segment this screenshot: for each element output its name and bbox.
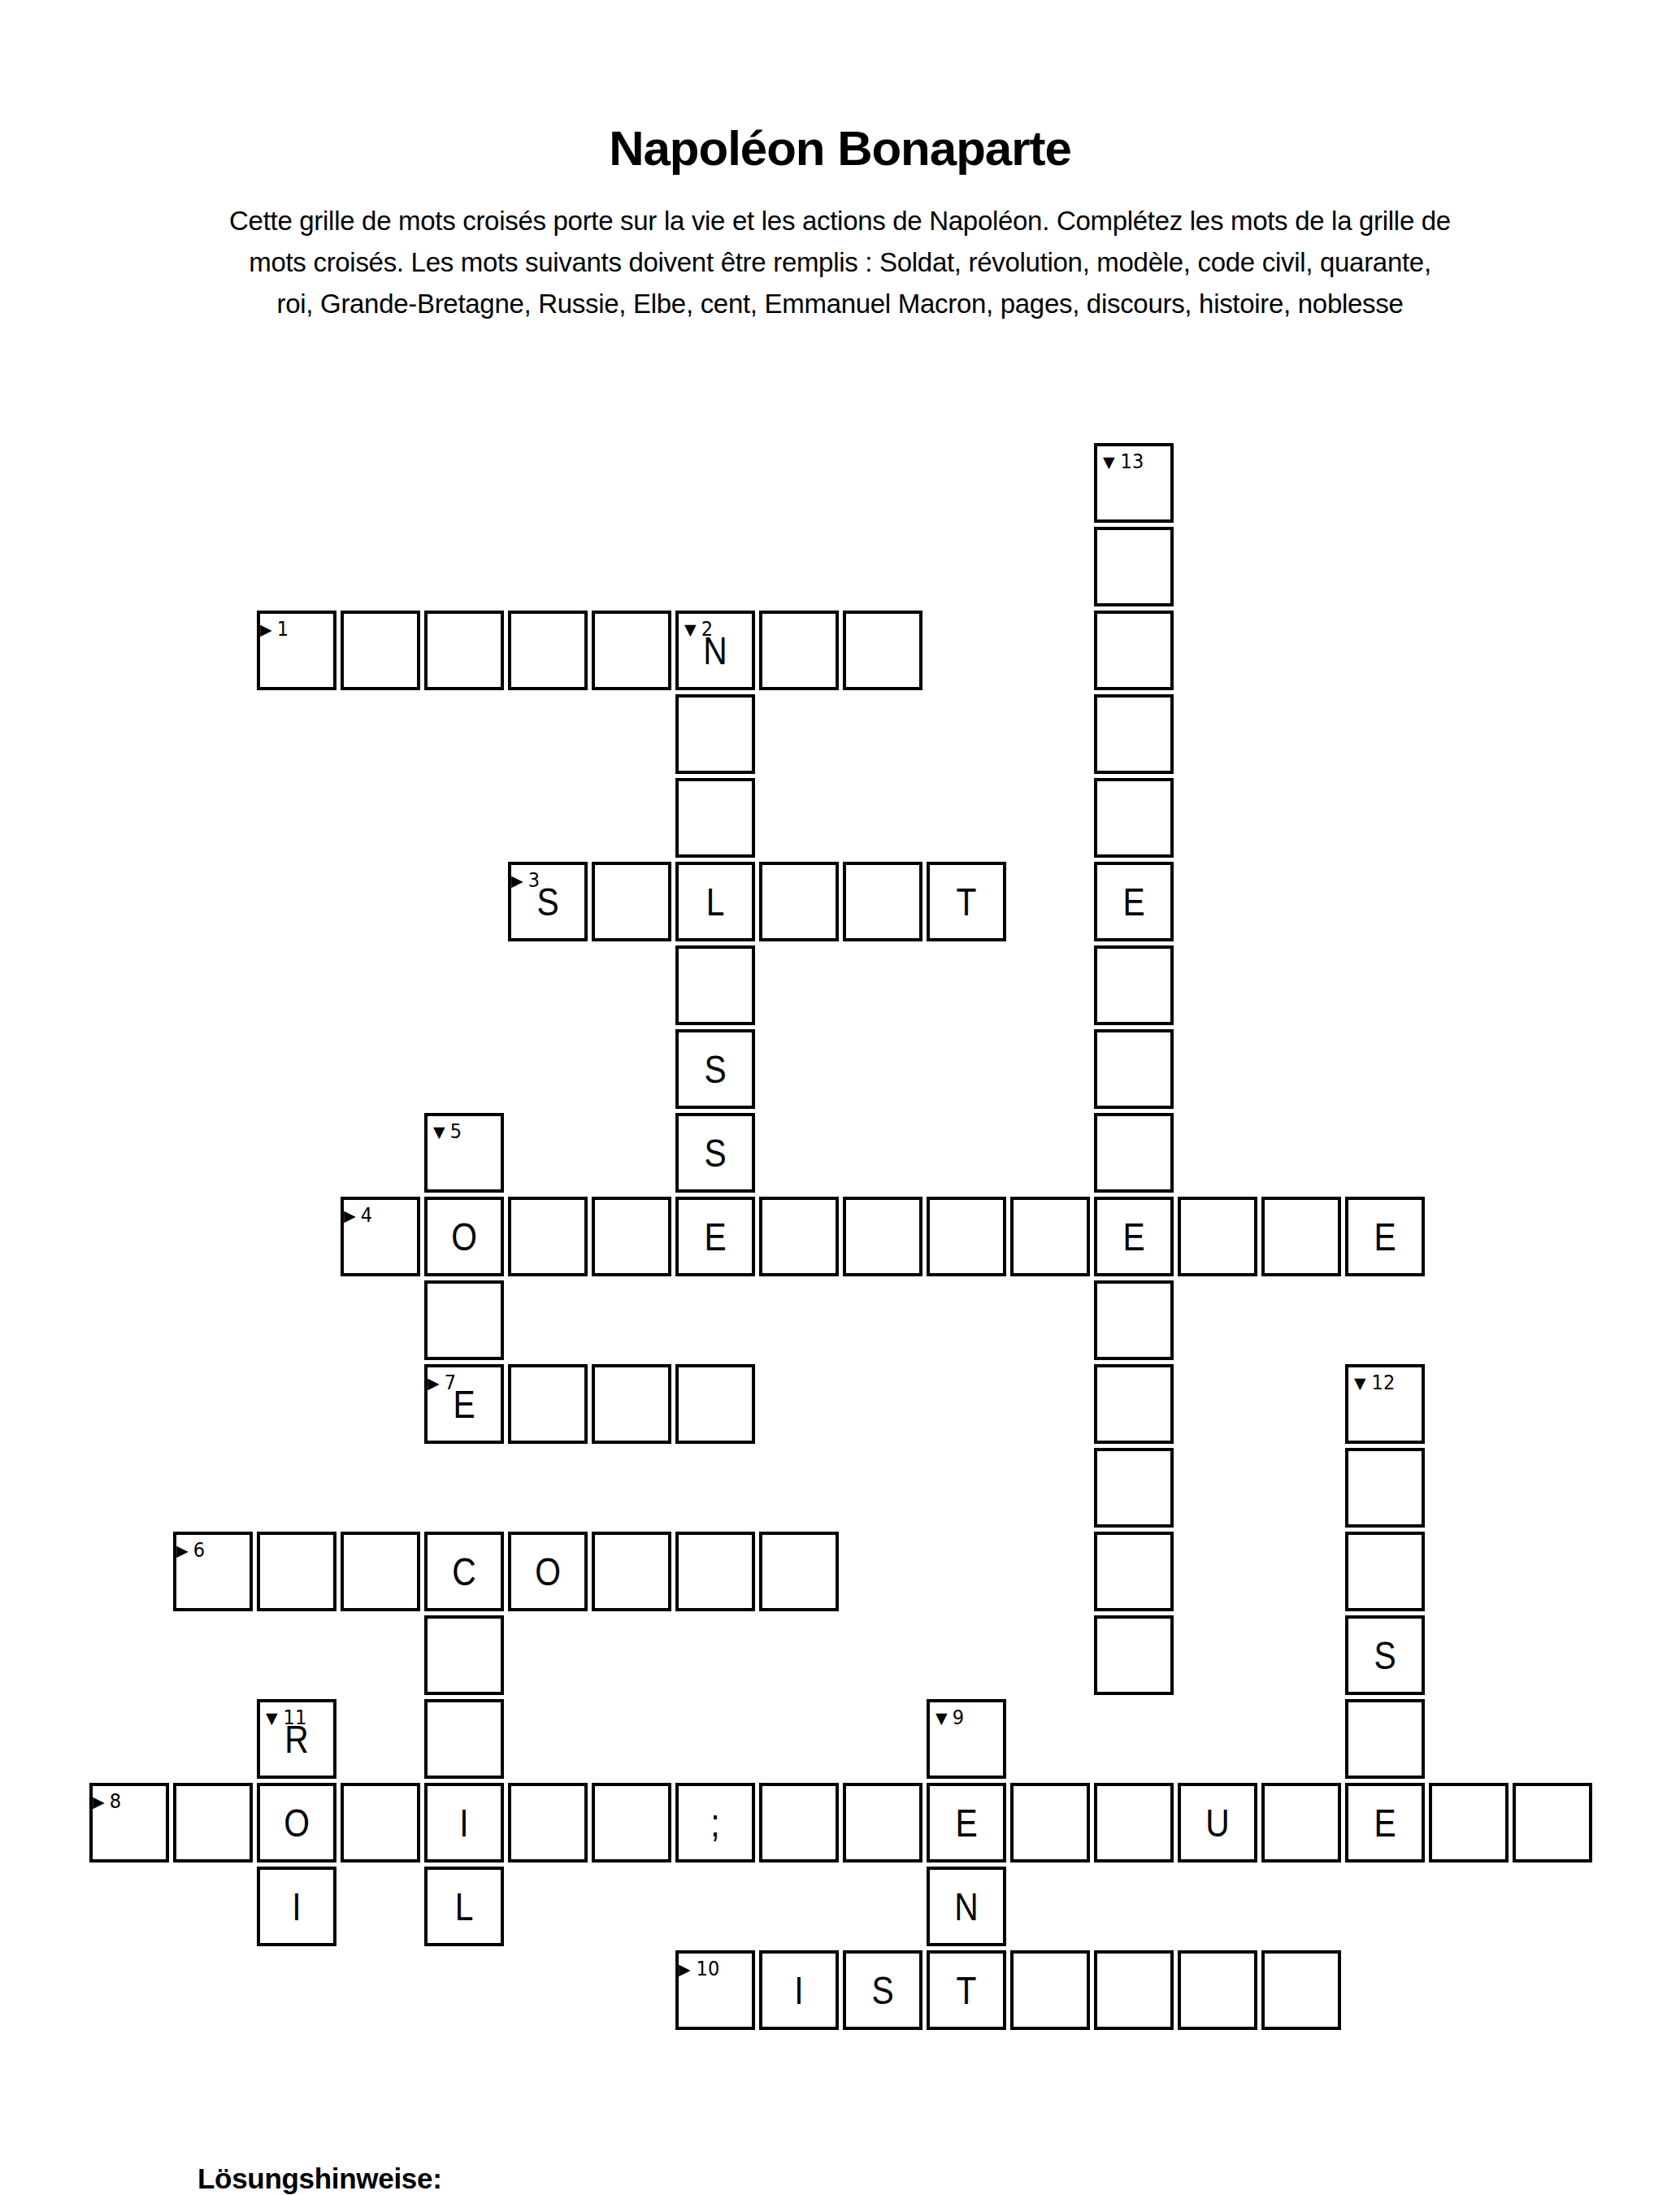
cell-r5-c12: E xyxy=(1094,862,1174,941)
cell-r2-c2[interactable]: ▶1 xyxy=(257,611,336,690)
solution-hints-label: Lösungshinweise: xyxy=(198,2162,442,2195)
cell-r9-c12: E xyxy=(1094,1197,1174,1276)
cell-r2-c8[interactable] xyxy=(759,611,839,690)
given-letter: S xyxy=(1354,1619,1417,1692)
cell-r10-c4[interactable] xyxy=(424,1280,504,1360)
cell-r15-c4[interactable] xyxy=(424,1699,504,1779)
cell-r13-c12[interactable] xyxy=(1094,1532,1174,1611)
cell-r18-c13[interactable] xyxy=(1178,1950,1257,2030)
given-letter: S xyxy=(517,865,580,938)
cell-r6-c12[interactable] xyxy=(1094,945,1174,1025)
cell-r9-c14[interactable] xyxy=(1261,1197,1341,1276)
cell-r5-c8[interactable] xyxy=(759,862,839,941)
cell-r2-c3[interactable] xyxy=(341,611,420,690)
clue-number: 6 xyxy=(193,1536,204,1564)
cell-r9-c11[interactable] xyxy=(1010,1197,1090,1276)
cell-r5-c5: ▶3S xyxy=(508,862,588,941)
cell-r2-c9[interactable] xyxy=(843,611,922,690)
given-letter: E xyxy=(1103,865,1166,938)
clue-marker-1: ▶1 xyxy=(260,615,289,643)
arrow-right-icon: ▶ xyxy=(93,1788,105,1815)
cell-r7-c7: S xyxy=(675,1029,755,1109)
arrow-down-icon: ▼ xyxy=(1354,1369,1366,1397)
cell-r13-c2[interactable] xyxy=(257,1532,336,1611)
cell-r16-c6[interactable] xyxy=(592,1783,671,1862)
cell-r1-c12[interactable] xyxy=(1094,527,1174,606)
given-letter: T xyxy=(936,865,998,938)
given-letter: C xyxy=(433,1535,496,1608)
given-letter: I xyxy=(433,1786,496,1859)
cell-r10-c12[interactable] xyxy=(1094,1280,1174,1360)
cell-r15-c15[interactable] xyxy=(1345,1699,1425,1779)
given-letter: S xyxy=(852,1954,914,2027)
cell-r16-c2: O xyxy=(257,1783,336,1862)
cell-r17-c4: L xyxy=(424,1867,504,1946)
clue-number: 10 xyxy=(696,1955,719,1983)
given-letter: E xyxy=(1103,1200,1166,1273)
clue-number: 13 xyxy=(1120,448,1144,476)
clue-number: 8 xyxy=(109,1788,120,1815)
given-letter: L xyxy=(433,1870,496,1943)
cell-r18-c8: I xyxy=(759,1950,839,2030)
given-letter: R xyxy=(266,1702,328,1776)
cell-r8-c12[interactable] xyxy=(1094,1113,1174,1193)
cell-r16-c15: E xyxy=(1345,1783,1425,1862)
cell-r13-c15[interactable] xyxy=(1345,1532,1425,1611)
cell-r18-c14[interactable] xyxy=(1261,1950,1341,2030)
cell-r9-c7: E xyxy=(675,1197,755,1276)
given-letter: E xyxy=(433,1367,496,1441)
worksheet-page: Napoléon Bonaparte Cette grille de mots … xyxy=(0,0,1680,2195)
cell-r18-c10: T xyxy=(927,1950,1006,2030)
given-letter: S xyxy=(684,1032,747,1106)
given-letter: O xyxy=(266,1786,328,1859)
cell-r2-c5[interactable] xyxy=(508,611,588,690)
cell-r17-c2: I xyxy=(257,1867,336,1946)
cell-r14-c15: S xyxy=(1345,1615,1425,1695)
cell-r11-c7[interactable] xyxy=(675,1364,755,1444)
cell-r16-c0[interactable]: ▶8 xyxy=(89,1783,169,1862)
clue-marker-8: ▶8 xyxy=(93,1788,122,1815)
given-letter: N xyxy=(936,1870,998,1943)
cell-r5-c7: L xyxy=(675,862,755,941)
cell-r12-c12[interactable] xyxy=(1094,1448,1174,1528)
cell-r4-c12[interactable] xyxy=(1094,778,1174,858)
given-letter: E xyxy=(684,1200,747,1273)
cell-r16-c1[interactable] xyxy=(173,1783,253,1862)
arrow-down-icon: ▼ xyxy=(936,1704,948,1732)
cell-r9-c13[interactable] xyxy=(1178,1197,1257,1276)
cell-r14-c4[interactable] xyxy=(424,1615,504,1695)
cell-r11-c5[interactable] xyxy=(508,1364,588,1444)
clue-marker-6: ▶6 xyxy=(176,1536,206,1564)
cell-r12-c15[interactable] xyxy=(1345,1448,1425,1528)
given-letter: E xyxy=(1354,1200,1417,1273)
arrow-down-icon: ▼ xyxy=(1103,448,1115,476)
cell-r9-c6[interactable] xyxy=(592,1197,671,1276)
cell-r16-c13: U xyxy=(1178,1783,1257,1862)
cell-r7-c12[interactable] xyxy=(1094,1029,1174,1109)
clue-number: 9 xyxy=(952,1704,963,1732)
cell-r8-c7: S xyxy=(675,1113,755,1193)
cell-r11-c15[interactable]: ▼12 xyxy=(1345,1364,1425,1444)
cell-r16-c5[interactable] xyxy=(508,1783,588,1862)
clue-marker-13: ▼13 xyxy=(1103,448,1144,476)
cell-r9-c10[interactable] xyxy=(927,1197,1006,1276)
given-letter: L xyxy=(684,865,747,938)
cell-r17-c10: N xyxy=(927,1867,1006,1946)
cell-r13-c6[interactable] xyxy=(592,1532,671,1611)
clue-number: 5 xyxy=(449,1118,461,1145)
clue-marker-5: ▼5 xyxy=(433,1118,462,1145)
cell-r13-c4: C xyxy=(424,1532,504,1611)
given-letter: S xyxy=(684,1116,747,1189)
cell-r9-c4: O xyxy=(424,1197,504,1276)
cell-r3-c12[interactable] xyxy=(1094,694,1174,774)
cell-r18-c11[interactable] xyxy=(1010,1950,1090,2030)
cell-r16-c8[interactable] xyxy=(759,1783,839,1862)
cell-r4-c7[interactable] xyxy=(675,778,755,858)
cell-r18-c7[interactable]: ▶10 xyxy=(675,1950,755,2030)
arrow-right-icon: ▶ xyxy=(679,1955,691,1983)
given-letter: N xyxy=(684,614,747,687)
crossword-grid: ▼13▶1▼2N▶3SLTES▼5S▶4OEEE▶7E▼12▶6COS▼11R▼… xyxy=(0,0,1680,2195)
cell-r8-c4[interactable]: ▼5 xyxy=(424,1113,504,1193)
cell-r5-c10: T xyxy=(927,862,1006,941)
cell-r9-c15: E xyxy=(1345,1197,1425,1276)
cell-r16-c11[interactable] xyxy=(1010,1783,1090,1862)
cell-r11-c12[interactable] xyxy=(1094,1364,1174,1444)
cell-r16-c7: ; xyxy=(675,1783,755,1862)
cell-r16-c12[interactable] xyxy=(1094,1783,1174,1862)
cell-r11-c4: ▶7E xyxy=(424,1364,504,1444)
arrow-right-icon: ▶ xyxy=(176,1536,189,1564)
clue-marker-12: ▼12 xyxy=(1354,1369,1396,1397)
arrow-down-icon: ▼ xyxy=(433,1118,445,1145)
given-letter: U xyxy=(1187,1786,1249,1859)
clue-marker-10: ▶10 xyxy=(679,1955,720,1983)
given-letter: I xyxy=(266,1870,328,1943)
given-letter: I xyxy=(768,1954,831,2027)
cell-r9-c5[interactable] xyxy=(508,1197,588,1276)
cell-r6-c7[interactable] xyxy=(675,945,755,1025)
cell-r2-c7: ▼2N xyxy=(675,611,755,690)
cell-r16-c9[interactable] xyxy=(843,1783,922,1862)
given-letter: T xyxy=(936,1954,998,2027)
cell-r16-c16[interactable] xyxy=(1429,1783,1509,1862)
given-letter: O xyxy=(517,1535,580,1608)
cell-r13-c1[interactable]: ▶6 xyxy=(173,1532,253,1611)
cell-r13-c7[interactable] xyxy=(675,1532,755,1611)
cell-r2-c4[interactable] xyxy=(424,611,504,690)
arrow-right-icon: ▶ xyxy=(260,615,272,643)
clue-number: 4 xyxy=(360,1202,371,1229)
cell-r2-c6[interactable] xyxy=(592,611,671,690)
given-letter: E xyxy=(1354,1786,1417,1859)
clue-number: 12 xyxy=(1371,1369,1395,1397)
cell-r16-c14[interactable] xyxy=(1261,1783,1341,1862)
cell-r16-c4: I xyxy=(424,1783,504,1862)
cell-r9-c8[interactable] xyxy=(759,1197,839,1276)
cell-r5-c6[interactable] xyxy=(592,862,671,941)
cell-r3-c7[interactable] xyxy=(675,694,755,774)
cell-r16-c17[interactable] xyxy=(1513,1783,1592,1862)
cell-r14-c12[interactable] xyxy=(1094,1615,1174,1695)
cell-r13-c8[interactable] xyxy=(759,1532,839,1611)
clue-marker-9: ▼9 xyxy=(936,1704,965,1732)
cell-r9-c9[interactable] xyxy=(843,1197,922,1276)
cell-r16-c3[interactable] xyxy=(341,1783,420,1862)
cell-r18-c9: S xyxy=(843,1950,922,2030)
cell-r18-c12[interactable] xyxy=(1094,1950,1174,2030)
arrow-right-icon: ▶ xyxy=(344,1202,356,1229)
given-letter: E xyxy=(936,1786,998,1859)
cell-r5-c9[interactable] xyxy=(843,862,922,941)
cell-r15-c10[interactable]: ▼9 xyxy=(927,1699,1006,1779)
cell-r16-c10: E xyxy=(927,1783,1006,1862)
cell-r15-c2: ▼11R xyxy=(257,1699,336,1779)
cell-r2-c12[interactable] xyxy=(1094,611,1174,690)
given-letter: ; xyxy=(684,1786,747,1859)
clue-marker-4: ▶4 xyxy=(344,1202,373,1229)
clue-number: 1 xyxy=(276,615,288,643)
cell-r13-c3[interactable] xyxy=(341,1532,420,1611)
cell-r11-c6[interactable] xyxy=(592,1364,671,1444)
cell-r13-c5: O xyxy=(508,1532,588,1611)
cell-r9-c3[interactable]: ▶4 xyxy=(341,1197,420,1276)
cell-r0-c12[interactable]: ▼13 xyxy=(1094,443,1174,523)
given-letter: O xyxy=(433,1200,496,1273)
